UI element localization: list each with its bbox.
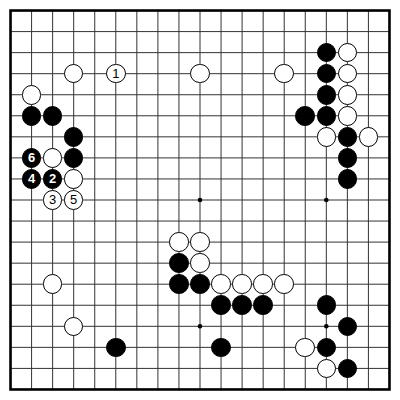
- intersection[interactable]: [295, 42, 316, 63]
- intersection[interactable]: [337, 105, 358, 126]
- intersection[interactable]: [84, 379, 105, 400]
- intersection[interactable]: [21, 232, 42, 253]
- intersection[interactable]: [21, 211, 42, 232]
- black-stone[interactable]: [338, 148, 358, 168]
- intersection[interactable]: [21, 105, 42, 126]
- intersection[interactable]: [84, 126, 105, 147]
- intersection[interactable]: [105, 316, 126, 337]
- intersection[interactable]: [147, 21, 168, 42]
- intersection[interactable]: [126, 189, 147, 210]
- intersection[interactable]: [274, 147, 295, 168]
- intersection[interactable]: [232, 63, 253, 84]
- intersection[interactable]: [358, 105, 379, 126]
- intersection[interactable]: [379, 232, 400, 253]
- black-stone[interactable]: [211, 338, 231, 358]
- intersection[interactable]: [337, 379, 358, 400]
- white-stone[interactable]: 1: [106, 64, 126, 84]
- intersection[interactable]: [105, 379, 126, 400]
- intersection[interactable]: [168, 42, 189, 63]
- intersection[interactable]: [379, 21, 400, 42]
- intersection[interactable]: [337, 337, 358, 358]
- intersection[interactable]: [21, 379, 42, 400]
- intersection[interactable]: [295, 274, 316, 295]
- intersection[interactable]: [232, 189, 253, 210]
- intersection[interactable]: [126, 316, 147, 337]
- white-stone[interactable]: [274, 274, 294, 294]
- white-stone[interactable]: [317, 127, 337, 147]
- intersection[interactable]: [84, 21, 105, 42]
- intersection[interactable]: [42, 21, 63, 42]
- intersection[interactable]: [274, 189, 295, 210]
- intersection[interactable]: [379, 168, 400, 189]
- intersection[interactable]: [0, 358, 21, 379]
- intersection[interactable]: [21, 84, 42, 105]
- intersection[interactable]: [63, 316, 84, 337]
- intersection[interactable]: [295, 84, 316, 105]
- intersection[interactable]: [189, 105, 210, 126]
- intersection[interactable]: [211, 147, 232, 168]
- white-stone[interactable]: [190, 232, 210, 252]
- intersection[interactable]: [126, 379, 147, 400]
- intersection[interactable]: [84, 316, 105, 337]
- intersection[interactable]: [63, 379, 84, 400]
- white-stone[interactable]: [232, 274, 252, 294]
- intersection[interactable]: [211, 63, 232, 84]
- intersection[interactable]: [253, 316, 274, 337]
- black-stone[interactable]: [64, 127, 84, 147]
- intersection[interactable]: [316, 211, 337, 232]
- white-stone[interactable]: [274, 64, 294, 84]
- intersection[interactable]: [211, 126, 232, 147]
- intersection[interactable]: [274, 21, 295, 42]
- intersection[interactable]: [84, 211, 105, 232]
- intersection[interactable]: 1: [105, 63, 126, 84]
- intersection[interactable]: [379, 147, 400, 168]
- intersection[interactable]: [232, 21, 253, 42]
- intersection[interactable]: [21, 274, 42, 295]
- intersection[interactable]: [147, 358, 168, 379]
- black-stone[interactable]: 4: [22, 169, 42, 189]
- intersection[interactable]: [126, 295, 147, 316]
- intersection[interactable]: [316, 232, 337, 253]
- intersection[interactable]: [189, 337, 210, 358]
- intersection[interactable]: [379, 189, 400, 210]
- intersection[interactable]: [274, 168, 295, 189]
- intersection[interactable]: [168, 253, 189, 274]
- intersection[interactable]: [232, 379, 253, 400]
- intersection[interactable]: [84, 42, 105, 63]
- black-stone[interactable]: [169, 253, 189, 273]
- intersection[interactable]: [211, 189, 232, 210]
- intersection[interactable]: [21, 316, 42, 337]
- intersection[interactable]: [147, 105, 168, 126]
- intersection[interactable]: [316, 126, 337, 147]
- intersection[interactable]: [358, 232, 379, 253]
- intersection[interactable]: [189, 379, 210, 400]
- intersection[interactable]: [105, 84, 126, 105]
- intersection[interactable]: [189, 316, 210, 337]
- intersection[interactable]: [253, 42, 274, 63]
- intersection[interactable]: [63, 253, 84, 274]
- intersection[interactable]: [232, 0, 253, 21]
- intersection[interactable]: [274, 42, 295, 63]
- intersection[interactable]: [126, 105, 147, 126]
- intersection[interactable]: [84, 253, 105, 274]
- intersection[interactable]: [253, 63, 274, 84]
- intersection[interactable]: [316, 105, 337, 126]
- intersection[interactable]: [274, 232, 295, 253]
- intersection[interactable]: [232, 232, 253, 253]
- intersection[interactable]: [232, 168, 253, 189]
- intersection[interactable]: [379, 105, 400, 126]
- intersection[interactable]: [147, 168, 168, 189]
- intersection[interactable]: [0, 295, 21, 316]
- intersection[interactable]: [358, 168, 379, 189]
- intersection[interactable]: [84, 189, 105, 210]
- intersection[interactable]: [0, 126, 21, 147]
- intersection[interactable]: [168, 379, 189, 400]
- intersection[interactable]: [105, 168, 126, 189]
- intersection[interactable]: [211, 316, 232, 337]
- intersection[interactable]: [316, 84, 337, 105]
- intersection[interactable]: [379, 211, 400, 232]
- intersection[interactable]: [295, 211, 316, 232]
- intersection[interactable]: [337, 358, 358, 379]
- intersection[interactable]: [358, 358, 379, 379]
- black-stone[interactable]: 6: [22, 148, 42, 168]
- intersection[interactable]: [337, 0, 358, 21]
- intersection[interactable]: [358, 126, 379, 147]
- intersection[interactable]: [63, 21, 84, 42]
- intersection[interactable]: [337, 211, 358, 232]
- intersection[interactable]: [295, 189, 316, 210]
- black-stone[interactable]: [169, 274, 189, 294]
- intersection[interactable]: [63, 84, 84, 105]
- intersection[interactable]: [0, 337, 21, 358]
- intersection[interactable]: [63, 42, 84, 63]
- intersection[interactable]: [168, 232, 189, 253]
- intersection[interactable]: [0, 316, 21, 337]
- intersection[interactable]: [253, 253, 274, 274]
- intersection[interactable]: [358, 274, 379, 295]
- intersection[interactable]: [168, 126, 189, 147]
- intersection[interactable]: [0, 84, 21, 105]
- white-stone[interactable]: 3: [43, 190, 63, 210]
- white-stone[interactable]: [64, 169, 84, 189]
- intersection[interactable]: [84, 337, 105, 358]
- intersection[interactable]: [147, 316, 168, 337]
- intersection[interactable]: [168, 0, 189, 21]
- intersection[interactable]: [211, 0, 232, 21]
- intersection[interactable]: [358, 253, 379, 274]
- intersection[interactable]: [253, 274, 274, 295]
- intersection[interactable]: [147, 147, 168, 168]
- intersection[interactable]: [21, 358, 42, 379]
- intersection[interactable]: [337, 42, 358, 63]
- intersection[interactable]: [232, 358, 253, 379]
- intersection[interactable]: 3: [42, 189, 63, 210]
- intersection[interactable]: [379, 274, 400, 295]
- intersection[interactable]: [105, 232, 126, 253]
- intersection[interactable]: [42, 316, 63, 337]
- intersection[interactable]: [168, 84, 189, 105]
- white-stone[interactable]: [295, 338, 315, 358]
- intersection[interactable]: [126, 168, 147, 189]
- intersection[interactable]: [379, 253, 400, 274]
- intersection[interactable]: [84, 168, 105, 189]
- intersection[interactable]: 2: [42, 168, 63, 189]
- intersection[interactable]: [189, 295, 210, 316]
- intersection[interactable]: [316, 358, 337, 379]
- intersection[interactable]: [379, 63, 400, 84]
- intersection[interactable]: [126, 21, 147, 42]
- intersection[interactable]: [253, 358, 274, 379]
- intersection[interactable]: [232, 316, 253, 337]
- intersection[interactable]: [0, 105, 21, 126]
- intersection[interactable]: [105, 42, 126, 63]
- intersection[interactable]: [126, 211, 147, 232]
- intersection[interactable]: [21, 42, 42, 63]
- intersection[interactable]: [126, 147, 147, 168]
- intersection[interactable]: [126, 232, 147, 253]
- intersection[interactable]: [21, 63, 42, 84]
- intersection[interactable]: [316, 189, 337, 210]
- intersection[interactable]: [253, 168, 274, 189]
- intersection[interactable]: [168, 295, 189, 316]
- intersection[interactable]: [105, 105, 126, 126]
- intersection[interactable]: [295, 295, 316, 316]
- white-stone[interactable]: [190, 64, 210, 84]
- intersection[interactable]: [42, 253, 63, 274]
- intersection[interactable]: [42, 84, 63, 105]
- white-stone[interactable]: 5: [64, 190, 84, 210]
- intersection[interactable]: [253, 189, 274, 210]
- intersection[interactable]: [168, 63, 189, 84]
- intersection[interactable]: [274, 358, 295, 379]
- intersection[interactable]: [63, 168, 84, 189]
- intersection[interactable]: [168, 358, 189, 379]
- intersection[interactable]: [211, 211, 232, 232]
- intersection[interactable]: [211, 253, 232, 274]
- intersection[interactable]: [84, 295, 105, 316]
- intersection[interactable]: [189, 211, 210, 232]
- intersection[interactable]: [0, 168, 21, 189]
- intersection[interactable]: [189, 42, 210, 63]
- intersection[interactable]: [211, 379, 232, 400]
- intersection[interactable]: [21, 295, 42, 316]
- intersection[interactable]: [274, 295, 295, 316]
- intersection[interactable]: [337, 274, 358, 295]
- intersection[interactable]: [42, 274, 63, 295]
- intersection[interactable]: [105, 126, 126, 147]
- intersection[interactable]: [126, 0, 147, 21]
- intersection[interactable]: [316, 337, 337, 358]
- black-stone[interactable]: [232, 295, 252, 315]
- black-stone[interactable]: [253, 295, 273, 315]
- intersection[interactable]: [274, 274, 295, 295]
- intersection[interactable]: [358, 379, 379, 400]
- intersection[interactable]: 6: [21, 147, 42, 168]
- intersection[interactable]: [105, 147, 126, 168]
- intersection[interactable]: [295, 337, 316, 358]
- intersection[interactable]: [316, 168, 337, 189]
- intersection[interactable]: [337, 168, 358, 189]
- intersection[interactable]: [84, 84, 105, 105]
- intersection[interactable]: [295, 147, 316, 168]
- intersection[interactable]: [147, 232, 168, 253]
- intersection[interactable]: [316, 42, 337, 63]
- intersection[interactable]: [84, 274, 105, 295]
- white-stone[interactable]: [43, 274, 63, 294]
- intersection[interactable]: [253, 0, 274, 21]
- intersection[interactable]: [316, 21, 337, 42]
- intersection[interactable]: [147, 253, 168, 274]
- intersection[interactable]: [189, 232, 210, 253]
- intersection[interactable]: [105, 274, 126, 295]
- intersection[interactable]: [42, 232, 63, 253]
- intersection[interactable]: [295, 105, 316, 126]
- intersection[interactable]: [316, 274, 337, 295]
- intersection[interactable]: [21, 21, 42, 42]
- intersection[interactable]: [211, 337, 232, 358]
- intersection[interactable]: [337, 316, 358, 337]
- intersection[interactable]: [84, 63, 105, 84]
- intersection[interactable]: [189, 21, 210, 42]
- intersection[interactable]: [126, 358, 147, 379]
- intersection[interactable]: [0, 147, 21, 168]
- intersection[interactable]: [21, 337, 42, 358]
- white-stone[interactable]: [338, 43, 358, 63]
- intersection[interactable]: [105, 211, 126, 232]
- intersection[interactable]: [316, 379, 337, 400]
- intersection[interactable]: [147, 379, 168, 400]
- black-stone[interactable]: [317, 43, 337, 63]
- intersection[interactable]: [358, 337, 379, 358]
- intersection[interactable]: [358, 147, 379, 168]
- intersection[interactable]: [42, 105, 63, 126]
- black-stone[interactable]: [295, 106, 315, 126]
- intersection[interactable]: [274, 253, 295, 274]
- intersection[interactable]: [211, 358, 232, 379]
- intersection[interactable]: [337, 253, 358, 274]
- intersection[interactable]: [211, 168, 232, 189]
- white-stone[interactable]: [317, 359, 337, 379]
- intersection[interactable]: [84, 232, 105, 253]
- intersection[interactable]: [232, 211, 253, 232]
- intersection[interactable]: [295, 126, 316, 147]
- black-stone[interactable]: 2: [43, 169, 63, 189]
- intersection[interactable]: [189, 147, 210, 168]
- intersection[interactable]: [126, 337, 147, 358]
- white-stone[interactable]: [253, 274, 273, 294]
- white-stone[interactable]: [64, 317, 84, 337]
- intersection[interactable]: [63, 232, 84, 253]
- intersection[interactable]: [358, 0, 379, 21]
- intersection[interactable]: [211, 42, 232, 63]
- intersection[interactable]: [0, 253, 21, 274]
- white-stone[interactable]: [22, 85, 42, 105]
- intersection[interactable]: 4: [21, 168, 42, 189]
- intersection[interactable]: [147, 295, 168, 316]
- intersection[interactable]: [358, 42, 379, 63]
- intersection[interactable]: [274, 316, 295, 337]
- intersection[interactable]: [168, 337, 189, 358]
- intersection[interactable]: [295, 358, 316, 379]
- intersection[interactable]: [295, 253, 316, 274]
- white-stone[interactable]: [43, 148, 63, 168]
- intersection[interactable]: [253, 21, 274, 42]
- intersection[interactable]: [253, 211, 274, 232]
- intersection[interactable]: [42, 211, 63, 232]
- intersection[interactable]: [379, 42, 400, 63]
- intersection[interactable]: [42, 0, 63, 21]
- intersection[interactable]: [21, 189, 42, 210]
- intersection[interactable]: [232, 105, 253, 126]
- intersection[interactable]: [232, 295, 253, 316]
- intersection[interactable]: [105, 21, 126, 42]
- intersection[interactable]: [316, 63, 337, 84]
- intersection[interactable]: [0, 232, 21, 253]
- intersection[interactable]: [232, 84, 253, 105]
- intersection[interactable]: [105, 189, 126, 210]
- intersection[interactable]: [211, 21, 232, 42]
- intersection[interactable]: [63, 105, 84, 126]
- intersection[interactable]: [253, 147, 274, 168]
- intersection[interactable]: [316, 295, 337, 316]
- intersection[interactable]: [358, 84, 379, 105]
- intersection[interactable]: [358, 295, 379, 316]
- intersection[interactable]: [295, 168, 316, 189]
- intersection[interactable]: [105, 0, 126, 21]
- white-stone[interactable]: [338, 106, 358, 126]
- intersection[interactable]: [63, 0, 84, 21]
- intersection[interactable]: [147, 0, 168, 21]
- intersection[interactable]: [337, 63, 358, 84]
- intersection[interactable]: [274, 126, 295, 147]
- intersection[interactable]: [253, 379, 274, 400]
- intersection[interactable]: [126, 63, 147, 84]
- intersection[interactable]: [274, 105, 295, 126]
- intersection[interactable]: [316, 0, 337, 21]
- intersection[interactable]: [211, 274, 232, 295]
- intersection[interactable]: [379, 379, 400, 400]
- intersection[interactable]: [253, 295, 274, 316]
- intersection[interactable]: [42, 126, 63, 147]
- intersection[interactable]: [42, 295, 63, 316]
- intersection[interactable]: [0, 0, 21, 21]
- intersection[interactable]: [316, 253, 337, 274]
- intersection[interactable]: [105, 253, 126, 274]
- black-stone[interactable]: [317, 106, 337, 126]
- intersection[interactable]: [358, 21, 379, 42]
- intersection[interactable]: [63, 295, 84, 316]
- white-stone[interactable]: [64, 64, 84, 84]
- intersection[interactable]: [379, 295, 400, 316]
- intersection[interactable]: [316, 147, 337, 168]
- black-stone[interactable]: [64, 148, 84, 168]
- intersection[interactable]: [379, 358, 400, 379]
- intersection[interactable]: [147, 189, 168, 210]
- white-stone[interactable]: [338, 64, 358, 84]
- intersection[interactable]: [358, 63, 379, 84]
- white-stone[interactable]: [190, 253, 210, 273]
- intersection[interactable]: [42, 379, 63, 400]
- intersection[interactable]: [189, 253, 210, 274]
- intersection[interactable]: [105, 358, 126, 379]
- intersection[interactable]: [189, 84, 210, 105]
- intersection[interactable]: [295, 232, 316, 253]
- intersection[interactable]: [337, 21, 358, 42]
